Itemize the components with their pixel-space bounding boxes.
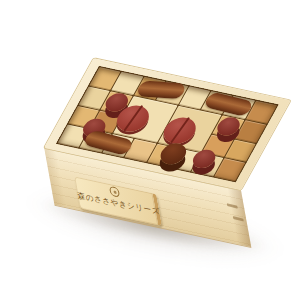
maroon-cylinder — [189, 148, 219, 170]
finger-joint — [233, 216, 244, 221]
walnut-cylinder-lying — [202, 91, 254, 117]
product-photo-wooden-blocks: 森のささやきシリーズ — [0, 0, 300, 300]
finger-joint — [227, 203, 238, 208]
maroon-cylinder — [214, 115, 244, 137]
red-half-disc-pair — [158, 115, 201, 146]
walnut-cylinder-lying — [82, 129, 135, 156]
walnut-cylinder-standing — [156, 141, 190, 166]
series-logo-icon — [109, 186, 120, 198]
walnut-cylinder-lying — [136, 80, 187, 99]
